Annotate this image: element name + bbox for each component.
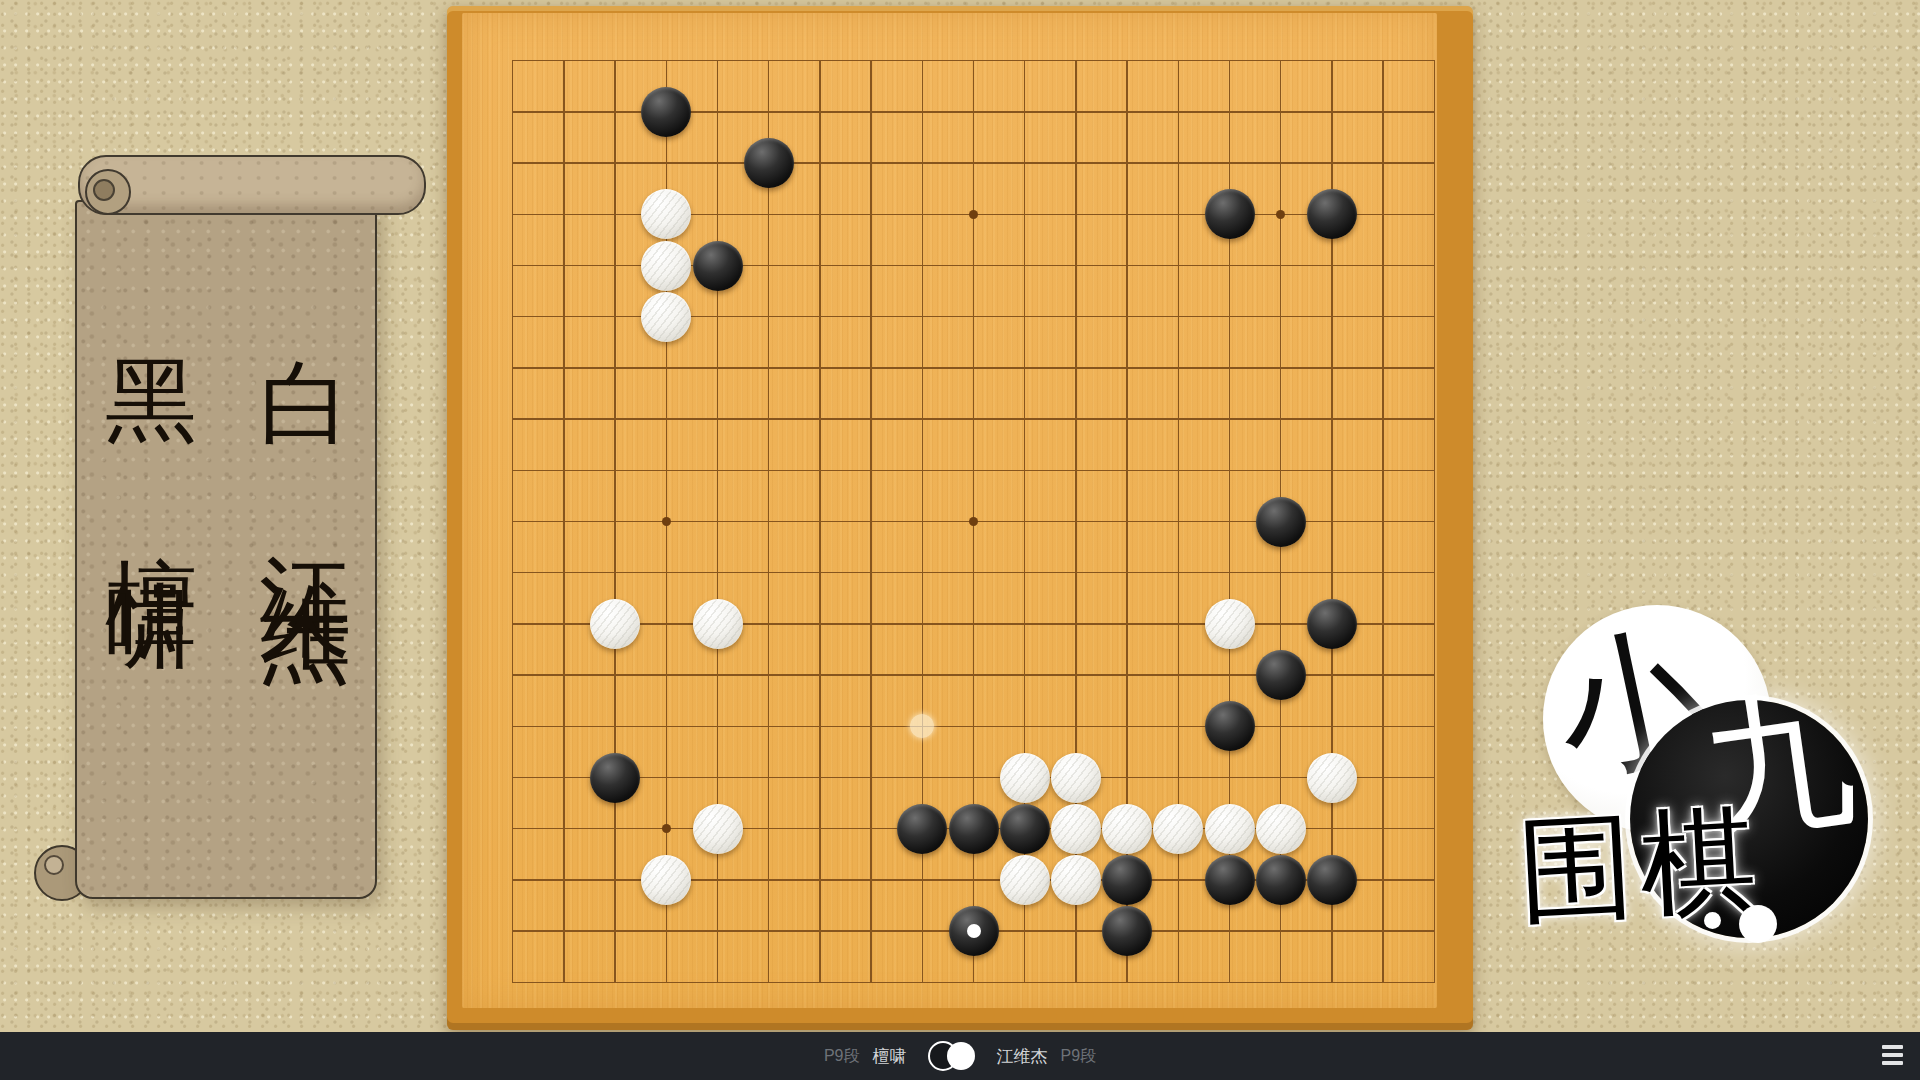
black-player-column: 黑 檀啸 [105, 287, 197, 532]
white-stone-D15 [641, 241, 691, 291]
black-stone-P6 [1205, 701, 1255, 751]
black-stone-P16 [1205, 189, 1255, 239]
white-player-name: 江维杰 [259, 482, 351, 545]
player-scroll: 黑 檀啸 白 江维杰 [40, 140, 440, 920]
black-stone-N2 [1102, 906, 1152, 956]
menu-button[interactable] [1882, 1045, 1903, 1065]
players-summary: P9段 檀啸 江维杰 P9段 [0, 1032, 1920, 1080]
white-stone-P8 [1205, 599, 1255, 649]
last-move-marker [967, 924, 981, 938]
page-background: 黑 檀啸 白 江维杰 小 九 围棋 P9段 檀啸 江维杰 [0, 0, 1920, 1080]
black-player-bar-name: 檀啸 [873, 1045, 907, 1068]
black-stone-N3 [1102, 855, 1152, 905]
black-stone-K4 [949, 804, 999, 854]
star-point-Q16 [1276, 210, 1285, 219]
go-board [447, 6, 1473, 1030]
white-stone-N4 [1102, 804, 1152, 854]
star-point-D4 [662, 824, 671, 833]
white-rank: P9段 [1061, 1046, 1097, 1067]
white-stone-R5 [1307, 753, 1357, 803]
black-stone-C5 [590, 753, 640, 803]
white-player-bar-name: 江维杰 [997, 1045, 1048, 1068]
star-point-K16 [969, 210, 978, 219]
white-stone-D16 [641, 189, 691, 239]
stones-color-icon[interactable] [928, 1041, 976, 1071]
black-stone-K2 [949, 906, 999, 956]
white-stone-D14 [641, 292, 691, 342]
hamburger-icon [1882, 1045, 1903, 1049]
white-stone-E8 [693, 599, 743, 649]
black-rank: P9段 [824, 1046, 860, 1067]
white-stone-Q4 [1256, 804, 1306, 854]
white-stone-icon [947, 1042, 975, 1070]
board-grid[interactable] [512, 60, 1435, 983]
board-surface [462, 13, 1437, 1008]
black-stone-L4 [1000, 804, 1050, 854]
black-stone-P3 [1205, 855, 1255, 905]
scroll-top-curl [85, 169, 131, 215]
white-stone-M4 [1051, 804, 1101, 854]
white-stone-M5 [1051, 753, 1101, 803]
white-stone-D3 [641, 855, 691, 905]
black-stone-R3 [1307, 855, 1357, 905]
black-stone-D18 [641, 87, 691, 137]
star-point-D10 [662, 517, 671, 526]
move-hint-dot [910, 714, 934, 738]
black-stone-F17 [744, 138, 794, 188]
white-stone-E4 [693, 804, 743, 854]
app-logo: 小 九 围棋 [1520, 595, 1920, 995]
white-stone-L3 [1000, 855, 1050, 905]
white-stone-C8 [590, 599, 640, 649]
white-player-column: 白 江维杰 [259, 287, 351, 545]
white-stone-P4 [1205, 804, 1255, 854]
white-stone-M3 [1051, 855, 1101, 905]
star-point-K10 [969, 517, 978, 526]
black-stone-E15 [693, 241, 743, 291]
white-stone-L5 [1000, 753, 1050, 803]
logo-script-weiqi: 围棋 [1515, 801, 1765, 930]
bottom-bar: P9段 檀啸 江维杰 P9段 [0, 1032, 1920, 1080]
black-stone-R8 [1307, 599, 1357, 649]
logo-dot-small [1704, 912, 1721, 929]
black-stone-R16 [1307, 189, 1357, 239]
black-stone-J4 [897, 804, 947, 854]
black-stone-Q10 [1256, 497, 1306, 547]
logo-dot-big [1739, 905, 1777, 943]
black-player-name: 檀啸 [105, 480, 197, 532]
white-stone-O4 [1153, 804, 1203, 854]
black-stone-Q7 [1256, 650, 1306, 700]
black-stone-Q3 [1256, 855, 1306, 905]
